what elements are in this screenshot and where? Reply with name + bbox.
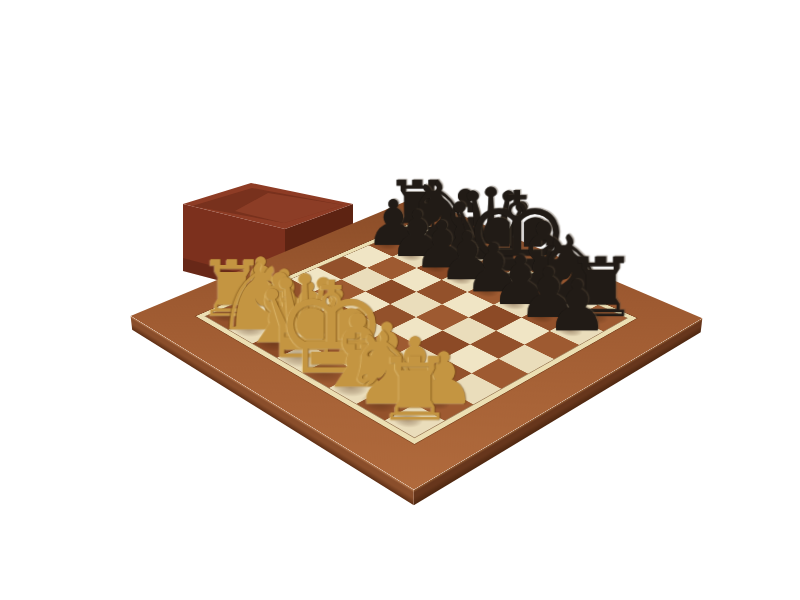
product-photo-stage: ♜♞♝♛♚♝♞♜♟♟♟♟♟♟♟♟♜♞♝♛♚♝♞♜♟♟♟♟♟♟♟♟ — [0, 0, 800, 600]
pawn-glyph: ♟ — [524, 271, 629, 341]
rook-glyph: ♜ — [350, 346, 479, 432]
perspective-wrapper: ♜♞♝♛♚♝♞♜♟♟♟♟♟♟♟♟♜♞♝♛♚♝♞♜♟♟♟♟♟♟♟♟ — [0, 0, 800, 600]
